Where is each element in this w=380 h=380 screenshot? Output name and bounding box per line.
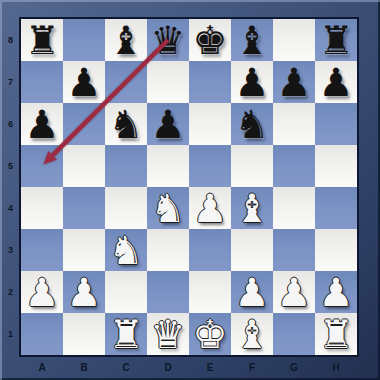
rank-label-6: 6: [0, 103, 21, 145]
square-b8[interactable]: [63, 19, 105, 61]
piece-black-bishop[interactable]: ♝: [105, 19, 147, 61]
square-b2[interactable]: ♟: [63, 271, 105, 313]
square-a4[interactable]: [21, 187, 63, 229]
square-h4[interactable]: [315, 187, 357, 229]
square-c4[interactable]: [105, 187, 147, 229]
file-label-E: E: [189, 358, 231, 380]
piece-white-pawn[interactable]: ♟: [315, 271, 357, 313]
piece-black-pawn[interactable]: ♟: [21, 103, 63, 145]
piece-white-knight[interactable]: ♞: [147, 187, 189, 229]
file-label-B: B: [63, 358, 105, 380]
piece-black-pawn[interactable]: ♟: [147, 103, 189, 145]
square-f1[interactable]: ♝: [231, 313, 273, 355]
square-e6[interactable]: [189, 103, 231, 145]
piece-white-pawn[interactable]: ♟: [189, 187, 231, 229]
square-b4[interactable]: [63, 187, 105, 229]
square-h5[interactable]: [315, 145, 357, 187]
square-c7[interactable]: [105, 61, 147, 103]
square-a1[interactable]: [21, 313, 63, 355]
square-g4[interactable]: [273, 187, 315, 229]
square-e8[interactable]: ♚: [189, 19, 231, 61]
chess-board: ♜♝♛♚♝♜♟♟♟♟♟♞♟♞♞♟♝♞♟♟♟♟♟♜♛♚♝♜: [21, 19, 357, 355]
piece-black-rook[interactable]: ♜: [21, 19, 63, 61]
square-a6[interactable]: ♟: [21, 103, 63, 145]
square-h8[interactable]: ♜: [315, 19, 357, 61]
square-g7[interactable]: ♟: [273, 61, 315, 103]
piece-white-pawn[interactable]: ♟: [273, 271, 315, 313]
square-d5[interactable]: [147, 145, 189, 187]
rank-label-8: 8: [0, 19, 21, 61]
piece-black-queen[interactable]: ♛: [147, 19, 189, 61]
square-a2[interactable]: ♟: [21, 271, 63, 313]
rank-label-7: 7: [0, 61, 21, 103]
piece-white-pawn[interactable]: ♟: [231, 271, 273, 313]
piece-white-rook[interactable]: ♜: [105, 313, 147, 355]
square-d7[interactable]: [147, 61, 189, 103]
square-e1[interactable]: ♚: [189, 313, 231, 355]
piece-black-knight[interactable]: ♞: [231, 103, 273, 145]
rank-label-4: 4: [0, 187, 21, 229]
square-f6[interactable]: ♞: [231, 103, 273, 145]
square-e5[interactable]: [189, 145, 231, 187]
piece-black-knight[interactable]: ♞: [105, 103, 147, 145]
square-a3[interactable]: [21, 229, 63, 271]
file-label-A: A: [21, 358, 63, 380]
square-b5[interactable]: [63, 145, 105, 187]
square-d2[interactable]: [147, 271, 189, 313]
square-c8[interactable]: ♝: [105, 19, 147, 61]
square-g1[interactable]: [273, 313, 315, 355]
rank-label-2: 2: [0, 271, 21, 313]
square-h6[interactable]: [315, 103, 357, 145]
square-h7[interactable]: ♟: [315, 61, 357, 103]
square-d4[interactable]: ♞: [147, 187, 189, 229]
square-a5[interactable]: [21, 145, 63, 187]
square-b1[interactable]: [63, 313, 105, 355]
square-d6[interactable]: ♟: [147, 103, 189, 145]
square-g5[interactable]: [273, 145, 315, 187]
piece-white-rook[interactable]: ♜: [315, 313, 357, 355]
square-g6[interactable]: [273, 103, 315, 145]
piece-black-bishop[interactable]: ♝: [231, 19, 273, 61]
piece-white-knight[interactable]: ♞: [105, 229, 147, 271]
square-d1[interactable]: ♛: [147, 313, 189, 355]
piece-black-rook[interactable]: ♜: [315, 19, 357, 61]
file-label-C: C: [105, 358, 147, 380]
piece-black-king[interactable]: ♚: [189, 19, 231, 61]
square-c1[interactable]: ♜: [105, 313, 147, 355]
piece-white-bishop[interactable]: ♝: [231, 187, 273, 229]
square-f7[interactable]: ♟: [231, 61, 273, 103]
piece-white-king[interactable]: ♚: [189, 313, 231, 355]
square-f2[interactable]: ♟: [231, 271, 273, 313]
piece-black-pawn[interactable]: ♟: [273, 61, 315, 103]
file-label-F: F: [231, 358, 273, 380]
square-e7[interactable]: [189, 61, 231, 103]
file-label-H: H: [315, 358, 357, 380]
square-a7[interactable]: [21, 61, 63, 103]
square-e4[interactable]: ♟: [189, 187, 231, 229]
square-b3[interactable]: [63, 229, 105, 271]
square-d3[interactable]: [147, 229, 189, 271]
piece-white-bishop[interactable]: ♝: [231, 313, 273, 355]
square-f5[interactable]: [231, 145, 273, 187]
file-label-D: D: [147, 358, 189, 380]
square-c5[interactable]: [105, 145, 147, 187]
square-g2[interactable]: ♟: [273, 271, 315, 313]
square-h3[interactable]: [315, 229, 357, 271]
piece-black-pawn[interactable]: ♟: [315, 61, 357, 103]
square-c3[interactable]: ♞: [105, 229, 147, 271]
piece-white-queen[interactable]: ♛: [147, 313, 189, 355]
square-h1[interactable]: ♜: [315, 313, 357, 355]
file-label-G: G: [273, 358, 315, 380]
piece-black-pawn[interactable]: ♟: [231, 61, 273, 103]
piece-black-pawn[interactable]: ♟: [63, 61, 105, 103]
rank-label-3: 3: [0, 229, 21, 271]
square-a8[interactable]: ♜: [21, 19, 63, 61]
square-f4[interactable]: ♝: [231, 187, 273, 229]
square-c6[interactable]: ♞: [105, 103, 147, 145]
rank-label-1: 1: [0, 313, 21, 355]
square-e3[interactable]: [189, 229, 231, 271]
square-c2[interactable]: [105, 271, 147, 313]
square-h2[interactable]: ♟: [315, 271, 357, 313]
piece-white-pawn[interactable]: ♟: [21, 271, 63, 313]
square-g3[interactable]: [273, 229, 315, 271]
square-d8[interactable]: ♛: [147, 19, 189, 61]
square-b6[interactable]: [63, 103, 105, 145]
rank-label-5: 5: [0, 145, 21, 187]
square-f8[interactable]: ♝: [231, 19, 273, 61]
chess-board-widget: ♜♝♛♚♝♜♟♟♟♟♟♞♟♞♞♟♝♞♟♟♟♟♟♜♛♚♝♜ 87654321 AB…: [0, 0, 380, 380]
square-b7[interactable]: ♟: [63, 61, 105, 103]
square-e2[interactable]: [189, 271, 231, 313]
piece-white-pawn[interactable]: ♟: [63, 271, 105, 313]
square-g8[interactable]: [273, 19, 315, 61]
square-f3[interactable]: [231, 229, 273, 271]
